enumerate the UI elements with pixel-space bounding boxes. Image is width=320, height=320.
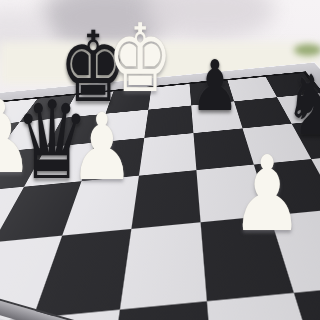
chessboard-photo-scene: c ♚♚♟♞♛♟♟♟ bbox=[0, 0, 320, 320]
pieces-layer: ♚♚♟♞♛♟♟♟ bbox=[0, 0, 320, 320]
piece-white-pawn-c6[interactable]: ♟ bbox=[70, 102, 134, 194]
piece-white-pawn-off-board-left[interactable]: ♟ bbox=[0, 88, 34, 188]
piece-white-pawn-e4[interactable]: ♟ bbox=[231, 142, 304, 246]
piece-black-pawn-e7[interactable]: ♟ bbox=[191, 51, 240, 121]
piece-white-king-c8[interactable]: ♚ bbox=[107, 12, 173, 106]
